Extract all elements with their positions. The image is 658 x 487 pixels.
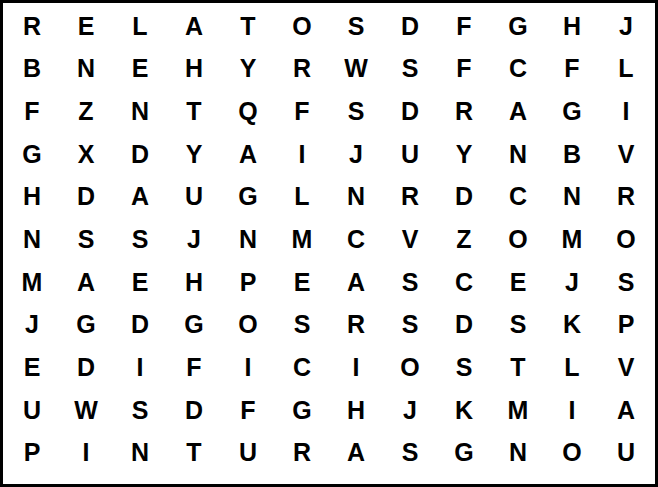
grid-cell-r4c4[interactable]: Y [167,133,221,176]
grid-cell-r9c11[interactable]: L [545,346,599,389]
grid-cell-r6c11[interactable]: M [545,218,599,261]
grid-cell-r3c10[interactable]: A [491,90,545,133]
grid-cell-r3c1[interactable]: F [5,90,59,133]
grid-cell-r7c9[interactable]: C [437,261,491,304]
grid-cell-r1c2[interactable]: E [59,5,113,48]
grid-cell-r3c11[interactable]: G [545,90,599,133]
grid-cell-r10c8[interactable]: J [383,389,437,432]
grid-cell-r2c12[interactable]: L [599,48,653,91]
grid-cell-r11c10[interactable]: N [491,431,545,474]
grid-cell-r3c12[interactable]: I [599,90,653,133]
grid-cell-r7c10[interactable]: E [491,261,545,304]
grid-cell-r8c2[interactable]: G [59,303,113,346]
grid-cell-r8c11[interactable]: K [545,303,599,346]
grid-cell-r6c3[interactable]: S [113,218,167,261]
grid-cell-r1c8[interactable]: D [383,5,437,48]
grid-cell-r2c10[interactable]: C [491,48,545,91]
grid-cell-r11c2[interactable]: I [59,431,113,474]
grid-cell-r4c6[interactable]: I [275,133,329,176]
grid-cell-r9c12[interactable]: V [599,346,653,389]
grid-cell-r4c5[interactable]: A [221,133,275,176]
grid-cell-r2c3[interactable]: E [113,48,167,91]
grid-cell-r8c7[interactable]: R [329,303,383,346]
grid-cell-r5c6[interactable]: L [275,176,329,219]
grid-cell-r10c7[interactable]: H [329,389,383,432]
grid-cell-r2c1[interactable]: B [5,48,59,91]
grid-cell-r8c5[interactable]: O [221,303,275,346]
grid-cell-r7c2[interactable]: A [59,261,113,304]
grid-cell-r10c6[interactable]: G [275,389,329,432]
grid-cell-r3c8[interactable]: D [383,90,437,133]
grid-cell-r8c1[interactable]: J [5,303,59,346]
grid-cell-r2c7[interactable]: W [329,48,383,91]
grid-cell-r9c8[interactable]: O [383,346,437,389]
grid-cell-r8c8[interactable]: S [383,303,437,346]
grid-cell-r1c9[interactable]: F [437,5,491,48]
grid-cell-r10c4[interactable]: D [167,389,221,432]
grid-cell-r11c9[interactable]: G [437,431,491,474]
grid-cell-r3c3[interactable]: N [113,90,167,133]
grid-cell-r1c4[interactable]: A [167,5,221,48]
grid-cell-r5c7[interactable]: N [329,176,383,219]
grid-cell-r6c2[interactable]: S [59,218,113,261]
grid-cell-r11c8[interactable]: S [383,431,437,474]
grid-cell-r11c6[interactable]: R [275,431,329,474]
grid-cell-r11c11[interactable]: O [545,431,599,474]
grid-cell-r6c8[interactable]: V [383,218,437,261]
grid-cell-r3c6[interactable]: F [275,90,329,133]
grid-cell-r8c4[interactable]: G [167,303,221,346]
grid-cell-r2c9[interactable]: F [437,48,491,91]
grid-cell-r1c10[interactable]: G [491,5,545,48]
grid-cell-r9c1[interactable]: E [5,346,59,389]
grid-cell-r1c11[interactable]: H [545,5,599,48]
grid-cell-r10c5[interactable]: F [221,389,275,432]
grid-cell-r6c7[interactable]: C [329,218,383,261]
grid-cell-r10c10[interactable]: M [491,389,545,432]
grid-cell-r7c1[interactable]: M [5,261,59,304]
grid-cell-r4c8[interactable]: U [383,133,437,176]
grid-cell-r7c5[interactable]: P [221,261,275,304]
grid-cell-r3c4[interactable]: T [167,90,221,133]
grid-cell-r2c2[interactable]: N [59,48,113,91]
grid-cell-r11c1[interactable]: P [5,431,59,474]
grid-cell-r2c6[interactable]: R [275,48,329,91]
grid-cell-r7c8[interactable]: S [383,261,437,304]
grid-cell-r10c2[interactable]: W [59,389,113,432]
grid-cell-r8c12[interactable]: P [599,303,653,346]
grid-cell-r1c3[interactable]: L [113,5,167,48]
grid-cell-r1c5[interactable]: T [221,5,275,48]
grid-cell-r7c7[interactable]: A [329,261,383,304]
grid-cell-r4c7[interactable]: J [329,133,383,176]
grid-cell-r10c3[interactable]: S [113,389,167,432]
grid-cell-r10c9[interactable]: K [437,389,491,432]
grid-cell-r1c1[interactable]: R [5,5,59,48]
grid-cell-r6c5[interactable]: N [221,218,275,261]
grid-cell-r2c11[interactable]: F [545,48,599,91]
grid-cell-r4c3[interactable]: D [113,133,167,176]
grid-cell-r9c3[interactable]: I [113,346,167,389]
grid-cell-r10c12[interactable]: A [599,389,653,432]
grid-cell-r5c12[interactable]: R [599,176,653,219]
grid-cell-r3c5[interactable]: Q [221,90,275,133]
grid-cell-r5c8[interactable]: R [383,176,437,219]
grid-cell-r8c3[interactable]: D [113,303,167,346]
grid-cell-r9c7[interactable]: I [329,346,383,389]
grid-cell-r10c1[interactable]: U [5,389,59,432]
grid-cell-r7c11[interactable]: J [545,261,599,304]
grid-cell-r11c12[interactable]: U [599,431,653,474]
grid-cell-r2c5[interactable]: Y [221,48,275,91]
grid-cell-r3c9[interactable]: R [437,90,491,133]
grid-cell-r5c1[interactable]: H [5,176,59,219]
grid-cell-r5c5[interactable]: G [221,176,275,219]
grid-cell-r4c2[interactable]: X [59,133,113,176]
grid-cell-r7c3[interactable]: E [113,261,167,304]
grid-cell-r1c7[interactable]: S [329,5,383,48]
grid-cell-r6c1[interactable]: N [5,218,59,261]
grid-cell-r6c6[interactable]: M [275,218,329,261]
grid-cell-r5c9[interactable]: D [437,176,491,219]
grid-cell-r11c5[interactable]: U [221,431,275,474]
grid-cell-r1c12[interactable]: J [599,5,653,48]
grid-cell-r4c10[interactable]: N [491,133,545,176]
grid-cell-r5c2[interactable]: D [59,176,113,219]
grid-cell-r7c12[interactable]: S [599,261,653,304]
grid-cell-r9c2[interactable]: D [59,346,113,389]
grid-cell-r4c12[interactable]: V [599,133,653,176]
grid-cell-r2c4[interactable]: H [167,48,221,91]
grid-cell-r8c6[interactable]: S [275,303,329,346]
grid-cell-r11c7[interactable]: A [329,431,383,474]
grid-cell-r6c12[interactable]: O [599,218,653,261]
grid-cell-r5c10[interactable]: C [491,176,545,219]
word-search-board: RELATOSDFGHJBNEHYRWSFCFLFZNTQFSDRAGIGXDY… [0,0,658,487]
grid-cell-r5c3[interactable]: A [113,176,167,219]
grid-cell-r6c4[interactable]: J [167,218,221,261]
grid-cell-r1c6[interactable]: O [275,5,329,48]
grid-cell-r6c10[interactable]: O [491,218,545,261]
grid-cell-r7c4[interactable]: H [167,261,221,304]
grid-cell-r9c9[interactable]: S [437,346,491,389]
grid-cell-r9c5[interactable]: I [221,346,275,389]
grid-cell-r11c4[interactable]: T [167,431,221,474]
grid-cell-r8c10[interactable]: S [491,303,545,346]
grid-cell-r5c11[interactable]: N [545,176,599,219]
grid-cell-r7c6[interactable]: E [275,261,329,304]
grid-cell-r3c2[interactable]: Z [59,90,113,133]
grid-cell-r4c11[interactable]: B [545,133,599,176]
grid-cell-r5c4[interactable]: U [167,176,221,219]
grid-cell-r11c3[interactable]: N [113,431,167,474]
grid-cell-r9c6[interactable]: C [275,346,329,389]
grid-cell-r9c4[interactable]: F [167,346,221,389]
grid-cell-r6c9[interactable]: Z [437,218,491,261]
grid-cell-r2c8[interactable]: S [383,48,437,91]
grid-cell-r9c10[interactable]: T [491,346,545,389]
grid-cell-r4c1[interactable]: G [5,133,59,176]
grid-cell-r3c7[interactable]: S [329,90,383,133]
grid-cell-r4c9[interactable]: Y [437,133,491,176]
grid-cell-r8c9[interactable]: D [437,303,491,346]
grid-cell-r10c11[interactable]: I [545,389,599,432]
